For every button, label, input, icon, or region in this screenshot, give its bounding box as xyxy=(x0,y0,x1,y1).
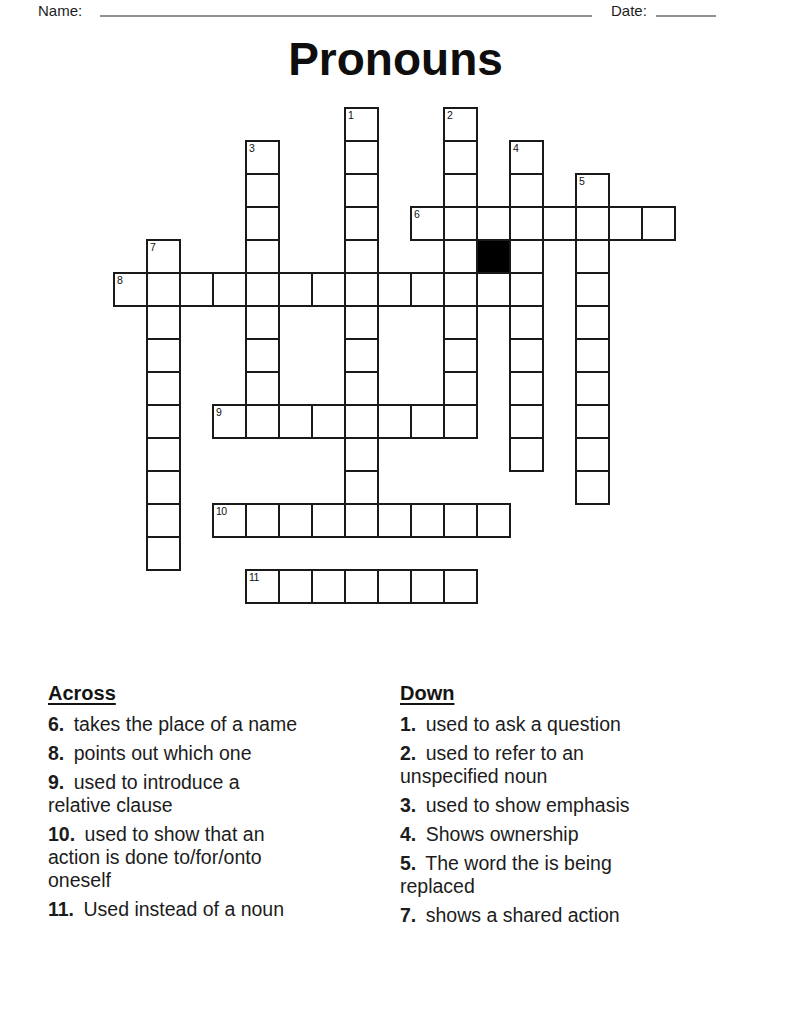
cell-r3-c10[interactable] xyxy=(443,206,478,241)
down-clue-number-1: 1. xyxy=(400,713,416,735)
cell-r7-c10[interactable] xyxy=(443,338,478,373)
cell-r3-c11[interactable] xyxy=(476,206,511,241)
cell-r5-c9[interactable] xyxy=(410,272,445,307)
cell-r8-c4[interactable] xyxy=(245,371,280,406)
cell-r14-c6[interactable] xyxy=(311,569,346,604)
cell-r8-c10[interactable] xyxy=(443,371,478,406)
cell-number-7: 7 xyxy=(150,242,155,253)
cell-number-6: 6 xyxy=(414,209,419,220)
cell-r10-c14[interactable] xyxy=(575,437,610,472)
cell-r2-c4[interactable] xyxy=(245,173,280,208)
cell-r12-c1[interactable] xyxy=(146,503,181,538)
cell-number-3: 3 xyxy=(249,143,254,154)
down-clue-number-2: 2. xyxy=(400,742,416,764)
cell-r12-c6[interactable] xyxy=(311,503,346,538)
cell-r5-c11[interactable] xyxy=(476,272,511,307)
down-clue-3: 3. used to show emphasis xyxy=(400,794,740,817)
cell-r8-c7[interactable] xyxy=(344,371,379,406)
cell-r12-c11[interactable] xyxy=(476,503,511,538)
down-clue-text-5: The word the is being replaced xyxy=(400,852,612,897)
cell-r2-c7[interactable] xyxy=(344,173,379,208)
cell-number-9: 9 xyxy=(216,407,221,418)
cell-number-4: 4 xyxy=(513,143,518,154)
cell-r14-c9[interactable] xyxy=(410,569,445,604)
cell-r6-c1[interactable] xyxy=(146,305,181,340)
cell-r1-c7[interactable] xyxy=(344,140,379,175)
cell-r12-c8[interactable] xyxy=(377,503,412,538)
cell-number-2: 2 xyxy=(447,110,452,121)
cell-number-5: 5 xyxy=(579,176,584,187)
down-clue-number-4: 4. xyxy=(400,823,416,845)
cell-r9-c9[interactable] xyxy=(410,404,445,439)
cell-r3-c14[interactable] xyxy=(575,206,610,241)
down-clue-4: 4. Shows ownership xyxy=(400,823,740,846)
down-clue-number-3: 3. xyxy=(400,794,416,816)
cell-r4-c12[interactable] xyxy=(509,239,544,274)
cell-r3-c13[interactable] xyxy=(542,206,577,241)
cell-r9-c6[interactable] xyxy=(311,404,346,439)
cell-r2-c14[interactable]: 5 xyxy=(575,173,610,208)
name-input-line[interactable] xyxy=(100,15,592,17)
date-label: Date: xyxy=(611,2,647,19)
cell-r9-c3[interactable]: 9 xyxy=(212,404,247,439)
across-clue-6: 6. takes the place of a name xyxy=(48,713,388,736)
cell-r8-c1[interactable] xyxy=(146,371,181,406)
cell-r2-c10[interactable] xyxy=(443,173,478,208)
cell-r1-c12[interactable]: 4 xyxy=(509,140,544,175)
cell-r12-c3[interactable]: 10 xyxy=(212,503,247,538)
cell-r3-c9[interactable]: 6 xyxy=(410,206,445,241)
cell-number-10: 10 xyxy=(216,506,227,517)
across-clue-8: 8. points out which one xyxy=(48,742,388,765)
cell-r3-c16[interactable] xyxy=(641,206,676,241)
down-clue-number-7: 7. xyxy=(400,904,416,926)
cell-r5-c2[interactable] xyxy=(179,272,214,307)
cell-r4-c14[interactable] xyxy=(575,239,610,274)
cell-r5-c8[interactable] xyxy=(377,272,412,307)
cell-r5-c7[interactable] xyxy=(344,272,379,307)
cell-r14-c4[interactable]: 11 xyxy=(245,569,280,604)
cell-r6-c10[interactable] xyxy=(443,305,478,340)
across-clue-number-11: 11. xyxy=(48,898,74,920)
cell-r7-c4[interactable] xyxy=(245,338,280,373)
cell-r5-c4[interactable] xyxy=(245,272,280,307)
down-heading: Down xyxy=(400,681,740,705)
cell-number-11: 11 xyxy=(249,572,259,583)
cell-r9-c5[interactable] xyxy=(278,404,313,439)
down-clue-1: 1. used to ask a question xyxy=(400,713,740,736)
cell-r12-c7[interactable] xyxy=(344,503,379,538)
cell-r4-c7[interactable] xyxy=(344,239,379,274)
cell-r10-c7[interactable] xyxy=(344,437,379,472)
cell-r1-c4[interactable]: 3 xyxy=(245,140,280,175)
worksheet-page: Name: Date: Pronouns 1234567891011 Acros… xyxy=(0,0,791,1024)
cell-r6-c7[interactable] xyxy=(344,305,379,340)
cell-r9-c7[interactable] xyxy=(344,404,379,439)
cell-r11-c14[interactable] xyxy=(575,470,610,505)
down-clue-5: 5. The word the is being replaced xyxy=(400,852,740,898)
cell-r9-c12[interactable] xyxy=(509,404,544,439)
cell-r5-c12[interactable] xyxy=(509,272,544,307)
cell-r9-c14[interactable] xyxy=(575,404,610,439)
cell-r3-c4[interactable] xyxy=(245,206,280,241)
cell-r5-c6[interactable] xyxy=(311,272,346,307)
across-clue-number-10: 10. xyxy=(48,823,75,845)
cell-r5-c10[interactable] xyxy=(443,272,478,307)
cell-r1-c10[interactable] xyxy=(443,140,478,175)
cell-r0-c7[interactable]: 1 xyxy=(344,107,379,142)
cell-r7-c14[interactable] xyxy=(575,338,610,373)
cell-r4-c10[interactable] xyxy=(443,239,478,274)
down-clue-list: 1. used to ask a question2. used to refe… xyxy=(400,713,740,927)
down-clue-text-1: used to ask a question xyxy=(426,713,621,735)
across-clue-9: 9. used to introduce a relative clause xyxy=(48,771,388,817)
cell-r9-c10[interactable] xyxy=(443,404,478,439)
cell-r11-c7[interactable] xyxy=(344,470,379,505)
across-clue-number-8: 8. xyxy=(48,742,64,764)
cell-r9-c8[interactable] xyxy=(377,404,412,439)
cell-r14-c5[interactable] xyxy=(278,569,313,604)
cell-r5-c0[interactable]: 8 xyxy=(113,272,148,307)
cell-r12-c5[interactable] xyxy=(278,503,313,538)
cell-r7-c12[interactable] xyxy=(509,338,544,373)
cell-r5-c3[interactable] xyxy=(212,272,247,307)
cell-r4-c4[interactable] xyxy=(245,239,280,274)
down-clue-text-3: used to show emphasis xyxy=(426,794,630,816)
across-clue-11: 11. Used instead of a noun xyxy=(48,898,388,921)
cell-r10-c1[interactable] xyxy=(146,437,181,472)
across-heading: Across xyxy=(48,681,388,705)
cell-r3-c7[interactable] xyxy=(344,206,379,241)
down-clue-7: 7. shows a shared action xyxy=(400,904,740,927)
down-clue-text-2: used to refer to an unspecified noun xyxy=(400,742,584,787)
cell-number-8: 8 xyxy=(117,275,122,286)
across-clue-list: 6. takes the place of a name8. points ou… xyxy=(48,713,388,921)
across-clue-text-11: Used instead of a noun xyxy=(83,898,284,920)
cell-number-1: 1 xyxy=(348,110,353,121)
cell-r5-c14[interactable] xyxy=(575,272,610,307)
across-clue-text-6: takes the place of a name xyxy=(74,713,297,735)
across-clues-section: Across 6. takes the place of a name8. po… xyxy=(48,681,388,927)
cell-r7-c7[interactable] xyxy=(344,338,379,373)
cell-r6-c4[interactable] xyxy=(245,305,280,340)
name-label: Name: xyxy=(38,2,82,19)
cell-r7-c1[interactable] xyxy=(146,338,181,373)
cell-r6-c12[interactable] xyxy=(509,305,544,340)
cell-r10-c12[interactable] xyxy=(509,437,544,472)
cell-r3-c15[interactable] xyxy=(608,206,643,241)
across-clue-text-10: used to show that an action is done to/f… xyxy=(48,823,265,891)
across-clue-number-6: 6. xyxy=(48,713,64,735)
cell-r3-c12[interactable] xyxy=(509,206,544,241)
cell-r11-c1[interactable] xyxy=(146,470,181,505)
across-clue-10: 10. used to show that an action is done … xyxy=(48,823,388,892)
cell-r4-c1[interactable]: 7 xyxy=(146,239,181,274)
across-clue-number-9: 9. xyxy=(48,771,64,793)
down-clue-2: 2. used to refer to an unspecified noun xyxy=(400,742,740,788)
cell-r2-c12[interactable] xyxy=(509,173,544,208)
across-clue-text-9: used to introduce a relative clause xyxy=(48,771,240,816)
cell-r9-c4[interactable] xyxy=(245,404,280,439)
down-clue-number-5: 5. xyxy=(400,852,416,874)
down-clue-text-7: shows a shared action xyxy=(426,904,620,926)
cell-r0-c10[interactable]: 2 xyxy=(443,107,478,142)
black-cell xyxy=(476,239,511,274)
cell-r14-c7[interactable] xyxy=(344,569,379,604)
cell-r6-c14[interactable] xyxy=(575,305,610,340)
across-clue-text-8: points out which one xyxy=(74,742,252,764)
down-clue-text-4: Shows ownership xyxy=(426,823,579,845)
date-input-line[interactable] xyxy=(656,15,716,17)
crossword-grid: 1234567891011 xyxy=(113,107,676,604)
cell-r14-c10[interactable] xyxy=(443,569,478,604)
cell-r14-c8[interactable] xyxy=(377,569,412,604)
cell-r12-c4[interactable] xyxy=(245,503,280,538)
cell-r8-c12[interactable] xyxy=(509,371,544,406)
cell-r9-c1[interactable] xyxy=(146,404,181,439)
down-clues-section: Down 1. used to ask a question2. used to… xyxy=(400,681,740,933)
cell-r8-c14[interactable] xyxy=(575,371,610,406)
cell-r13-c1[interactable] xyxy=(146,536,181,571)
cell-r12-c9[interactable] xyxy=(410,503,445,538)
cell-r5-c1[interactable] xyxy=(146,272,181,307)
cell-r12-c10[interactable] xyxy=(443,503,478,538)
cell-r5-c5[interactable] xyxy=(278,272,313,307)
page-title: Pronouns xyxy=(0,33,791,85)
